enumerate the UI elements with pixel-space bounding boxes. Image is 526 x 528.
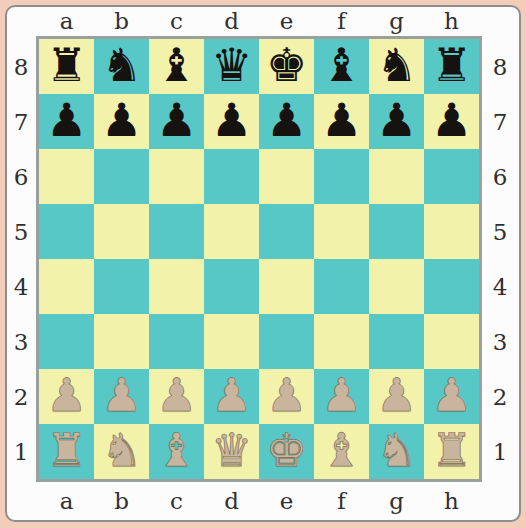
piece-black-rook[interactable]: ♜ — [46, 39, 87, 93]
rank-label-6: 6 — [6, 149, 36, 204]
file-label-c: c — [149, 486, 204, 516]
rank-labels-right: 87654321 — [485, 39, 515, 479]
file-labels-top: abcdefgh — [39, 6, 479, 36]
piece-black-knight[interactable]: ♞ — [376, 39, 417, 93]
file-label-d: d — [204, 486, 259, 516]
square-a7[interactable]: ♟ — [39, 94, 94, 149]
square-d3[interactable] — [204, 314, 259, 369]
square-c8[interactable]: ♝ — [149, 39, 204, 94]
rank-label-1: 1 — [6, 424, 36, 479]
square-b8[interactable]: ♞ — [94, 39, 149, 94]
square-g4[interactable] — [369, 259, 424, 314]
piece-black-queen[interactable]: ♛ — [211, 39, 252, 93]
rank-label-8: 8 — [6, 39, 36, 94]
square-a3[interactable] — [39, 314, 94, 369]
rank-label-4: 4 — [485, 259, 515, 314]
square-b2[interactable]: ♟ — [94, 369, 149, 424]
square-g6[interactable] — [369, 149, 424, 204]
piece-black-knight[interactable]: ♞ — [101, 39, 142, 93]
square-e3[interactable] — [259, 314, 314, 369]
square-f4[interactable] — [314, 259, 369, 314]
rank-label-7: 7 — [485, 94, 515, 149]
file-label-b: b — [94, 486, 149, 516]
piece-white-pawn[interactable]: ♟ — [211, 369, 252, 423]
piece-white-pawn[interactable]: ♟ — [266, 369, 307, 423]
square-f2[interactable]: ♟ — [314, 369, 369, 424]
file-label-f: f — [314, 6, 369, 36]
square-g5[interactable] — [369, 204, 424, 259]
square-d8[interactable]: ♛ — [204, 39, 259, 94]
square-h4[interactable] — [424, 259, 479, 314]
file-label-f: f — [314, 486, 369, 516]
piece-black-rook[interactable]: ♜ — [431, 39, 472, 93]
square-c6[interactable] — [149, 149, 204, 204]
file-label-h: h — [424, 6, 479, 36]
rank-label-2: 2 — [485, 369, 515, 424]
file-label-g: g — [369, 6, 424, 36]
square-c1[interactable]: ♝ — [149, 424, 204, 479]
rank-label-2: 2 — [6, 369, 36, 424]
square-h5[interactable] — [424, 204, 479, 259]
square-f6[interactable] — [314, 149, 369, 204]
square-d7[interactable]: ♟ — [204, 94, 259, 149]
piece-white-queen[interactable]: ♛ — [211, 424, 252, 478]
rank-label-8: 8 — [485, 39, 515, 94]
piece-black-king[interactable]: ♚ — [266, 39, 307, 93]
square-e7[interactable]: ♟ — [259, 94, 314, 149]
square-e1[interactable]: ♚ — [259, 424, 314, 479]
square-e8[interactable]: ♚ — [259, 39, 314, 94]
square-a6[interactable] — [39, 149, 94, 204]
square-h3[interactable] — [424, 314, 479, 369]
square-d4[interactable] — [204, 259, 259, 314]
square-d2[interactable]: ♟ — [204, 369, 259, 424]
file-label-a: a — [39, 486, 94, 516]
square-f7[interactable]: ♟ — [314, 94, 369, 149]
square-g1[interactable]: ♞ — [369, 424, 424, 479]
square-f8[interactable]: ♝ — [314, 39, 369, 94]
piece-white-pawn[interactable]: ♟ — [156, 369, 197, 423]
piece-white-knight[interactable]: ♞ — [376, 424, 417, 478]
file-label-b: b — [94, 6, 149, 36]
square-a1[interactable]: ♜ — [39, 424, 94, 479]
piece-black-pawn[interactable]: ♟ — [266, 94, 307, 148]
square-c2[interactable]: ♟ — [149, 369, 204, 424]
square-b7[interactable]: ♟ — [94, 94, 149, 149]
file-labels-bottom: abcdefgh — [39, 486, 479, 516]
file-label-g: g — [369, 486, 424, 516]
piece-black-pawn[interactable]: ♟ — [46, 94, 87, 148]
square-d6[interactable] — [204, 149, 259, 204]
piece-black-pawn[interactable]: ♟ — [156, 94, 197, 148]
square-g2[interactable]: ♟ — [369, 369, 424, 424]
square-c3[interactable] — [149, 314, 204, 369]
square-a4[interactable] — [39, 259, 94, 314]
square-b5[interactable] — [94, 204, 149, 259]
rank-label-6: 6 — [485, 149, 515, 204]
square-f3[interactable] — [314, 314, 369, 369]
piece-white-pawn[interactable]: ♟ — [46, 369, 87, 423]
piece-white-bishop[interactable]: ♝ — [156, 424, 197, 478]
square-c4[interactable] — [149, 259, 204, 314]
piece-white-king[interactable]: ♚ — [266, 424, 307, 478]
square-b3[interactable] — [94, 314, 149, 369]
file-label-a: a — [39, 6, 94, 36]
file-label-c: c — [149, 6, 204, 36]
square-e2[interactable]: ♟ — [259, 369, 314, 424]
rank-label-3: 3 — [485, 314, 515, 369]
chess-board: ♜♞♝♛♚♝♞♜♟♟♟♟♟♟♟♟♟♟♟♟♟♟♟♟♜♞♝♛♚♝♞♜ — [36, 36, 482, 482]
square-g3[interactable] — [369, 314, 424, 369]
square-h8[interactable]: ♜ — [424, 39, 479, 94]
file-label-e: e — [259, 486, 314, 516]
rank-label-5: 5 — [6, 204, 36, 259]
square-a8[interactable]: ♜ — [39, 39, 94, 94]
piece-white-bishop[interactable]: ♝ — [321, 424, 362, 478]
piece-white-rook[interactable]: ♜ — [46, 424, 87, 478]
square-e6[interactable] — [259, 149, 314, 204]
square-g7[interactable]: ♟ — [369, 94, 424, 149]
piece-white-pawn[interactable]: ♟ — [101, 369, 142, 423]
rank-labels-left: 87654321 — [6, 39, 36, 479]
piece-white-pawn[interactable]: ♟ — [376, 369, 417, 423]
square-e5[interactable] — [259, 204, 314, 259]
rank-label-3: 3 — [6, 314, 36, 369]
rank-label-4: 4 — [6, 259, 36, 314]
piece-white-rook[interactable]: ♜ — [431, 424, 472, 478]
piece-black-pawn[interactable]: ♟ — [101, 94, 142, 148]
piece-black-bishop[interactable]: ♝ — [321, 39, 362, 93]
square-c5[interactable] — [149, 204, 204, 259]
square-h1[interactable]: ♜ — [424, 424, 479, 479]
square-e4[interactable] — [259, 259, 314, 314]
square-h6[interactable] — [424, 149, 479, 204]
square-d1[interactable]: ♛ — [204, 424, 259, 479]
square-b1[interactable]: ♞ — [94, 424, 149, 479]
file-label-d: d — [204, 6, 259, 36]
square-f5[interactable] — [314, 204, 369, 259]
square-b4[interactable] — [94, 259, 149, 314]
square-h7[interactable]: ♟ — [424, 94, 479, 149]
square-a5[interactable] — [39, 204, 94, 259]
square-a2[interactable]: ♟ — [39, 369, 94, 424]
rank-label-1: 1 — [485, 424, 515, 479]
board-grid: ♜♞♝♛♚♝♞♜♟♟♟♟♟♟♟♟♟♟♟♟♟♟♟♟♜♞♝♛♚♝♞♜ — [39, 39, 479, 479]
square-f1[interactable]: ♝ — [314, 424, 369, 479]
rank-label-7: 7 — [6, 94, 36, 149]
square-h2[interactable]: ♟ — [424, 369, 479, 424]
file-label-e: e — [259, 6, 314, 36]
piece-white-pawn[interactable]: ♟ — [321, 369, 362, 423]
piece-black-pawn[interactable]: ♟ — [376, 94, 417, 148]
piece-black-bishop[interactable]: ♝ — [156, 39, 197, 93]
square-d5[interactable] — [204, 204, 259, 259]
rank-label-5: 5 — [485, 204, 515, 259]
piece-white-pawn[interactable]: ♟ — [431, 369, 472, 423]
piece-black-pawn[interactable]: ♟ — [211, 94, 252, 148]
piece-black-pawn[interactable]: ♟ — [321, 94, 362, 148]
square-g8[interactable]: ♞ — [369, 39, 424, 94]
piece-black-pawn[interactable]: ♟ — [431, 94, 472, 148]
square-c7[interactable]: ♟ — [149, 94, 204, 149]
file-label-h: h — [424, 486, 479, 516]
piece-white-knight[interactable]: ♞ — [101, 424, 142, 478]
square-b6[interactable] — [94, 149, 149, 204]
